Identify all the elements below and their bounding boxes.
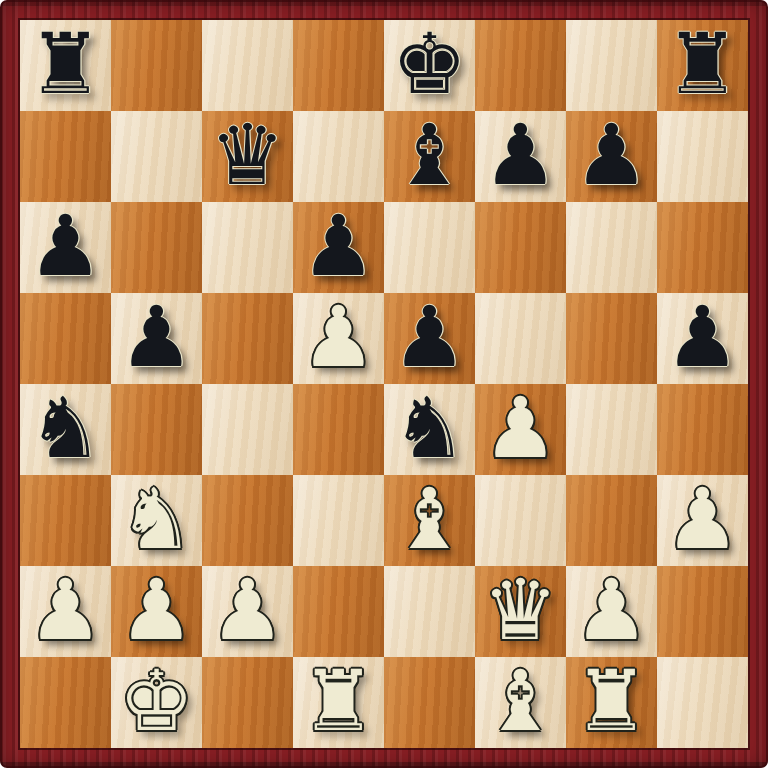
square-f1[interactable]: ♝ [475, 657, 566, 748]
black-pawn[interactable]: ♟ [665, 295, 740, 379]
white-pawn[interactable]: ♟ [301, 295, 376, 379]
square-b7[interactable] [111, 111, 202, 202]
black-rook[interactable]: ♜ [28, 22, 103, 106]
square-h4[interactable] [657, 384, 748, 475]
black-pawn[interactable]: ♟ [28, 204, 103, 288]
white-king[interactable]: ♚ [119, 659, 194, 743]
square-h2[interactable] [657, 566, 748, 657]
square-g5[interactable] [566, 293, 657, 384]
square-g2[interactable]: ♟ [566, 566, 657, 657]
square-h5[interactable]: ♟ [657, 293, 748, 384]
white-queen[interactable]: ♛ [483, 568, 558, 652]
square-a4[interactable]: ♞ [20, 384, 111, 475]
square-e3[interactable]: ♝ [384, 475, 475, 566]
square-h6[interactable] [657, 202, 748, 293]
square-e5[interactable]: ♟ [384, 293, 475, 384]
square-a8[interactable]: ♜ [20, 20, 111, 111]
square-b2[interactable]: ♟ [111, 566, 202, 657]
square-e6[interactable] [384, 202, 475, 293]
square-g1[interactable]: ♜ [566, 657, 657, 748]
square-e2[interactable] [384, 566, 475, 657]
chessboard: ♜♚♜♛♝♟♟♟♟♟♟♟♟♞♞♟♞♝♟♟♟♟♛♟♚♜♝♜ [20, 20, 748, 748]
square-d6[interactable]: ♟ [293, 202, 384, 293]
black-knight[interactable]: ♞ [392, 386, 467, 470]
white-pawn[interactable]: ♟ [483, 386, 558, 470]
square-h7[interactable] [657, 111, 748, 202]
square-b5[interactable]: ♟ [111, 293, 202, 384]
black-pawn[interactable]: ♟ [483, 113, 558, 197]
white-pawn[interactable]: ♟ [665, 477, 740, 561]
square-g6[interactable] [566, 202, 657, 293]
square-g4[interactable] [566, 384, 657, 475]
square-d2[interactable] [293, 566, 384, 657]
square-a5[interactable] [20, 293, 111, 384]
square-g8[interactable] [566, 20, 657, 111]
board-frame: ♜♚♜♛♝♟♟♟♟♟♟♟♟♞♞♟♞♝♟♟♟♟♛♟♚♜♝♜ [0, 0, 768, 768]
square-d8[interactable] [293, 20, 384, 111]
white-rook[interactable]: ♜ [301, 659, 376, 743]
square-f7[interactable]: ♟ [475, 111, 566, 202]
square-a3[interactable] [20, 475, 111, 566]
square-a6[interactable]: ♟ [20, 202, 111, 293]
square-f3[interactable] [475, 475, 566, 566]
square-a7[interactable] [20, 111, 111, 202]
square-b3[interactable]: ♞ [111, 475, 202, 566]
black-pawn[interactable]: ♟ [392, 295, 467, 379]
square-c8[interactable] [202, 20, 293, 111]
square-a1[interactable] [20, 657, 111, 748]
square-c5[interactable] [202, 293, 293, 384]
square-h1[interactable] [657, 657, 748, 748]
square-g7[interactable]: ♟ [566, 111, 657, 202]
black-pawn[interactable]: ♟ [119, 295, 194, 379]
square-f6[interactable] [475, 202, 566, 293]
white-bishop[interactable]: ♝ [483, 659, 558, 743]
square-d5[interactable]: ♟ [293, 293, 384, 384]
square-f4[interactable]: ♟ [475, 384, 566, 475]
square-h3[interactable]: ♟ [657, 475, 748, 566]
black-queen[interactable]: ♛ [210, 113, 285, 197]
square-d1[interactable]: ♜ [293, 657, 384, 748]
square-b8[interactable] [111, 20, 202, 111]
square-g3[interactable] [566, 475, 657, 566]
square-b6[interactable] [111, 202, 202, 293]
square-e8[interactable]: ♚ [384, 20, 475, 111]
square-c7[interactable]: ♛ [202, 111, 293, 202]
square-e4[interactable]: ♞ [384, 384, 475, 475]
black-bishop[interactable]: ♝ [392, 113, 467, 197]
black-pawn[interactable]: ♟ [301, 204, 376, 288]
square-f8[interactable] [475, 20, 566, 111]
white-knight[interactable]: ♞ [119, 477, 194, 561]
square-d4[interactable] [293, 384, 384, 475]
square-b4[interactable] [111, 384, 202, 475]
square-a2[interactable]: ♟ [20, 566, 111, 657]
square-h8[interactable]: ♜ [657, 20, 748, 111]
square-e1[interactable] [384, 657, 475, 748]
square-d3[interactable] [293, 475, 384, 566]
square-c2[interactable]: ♟ [202, 566, 293, 657]
black-rook[interactable]: ♜ [665, 22, 740, 106]
white-bishop[interactable]: ♝ [392, 477, 467, 561]
square-c3[interactable] [202, 475, 293, 566]
square-e7[interactable]: ♝ [384, 111, 475, 202]
square-c4[interactable] [202, 384, 293, 475]
square-c6[interactable] [202, 202, 293, 293]
white-pawn[interactable]: ♟ [574, 568, 649, 652]
square-f2[interactable]: ♛ [475, 566, 566, 657]
square-b1[interactable]: ♚ [111, 657, 202, 748]
square-f5[interactable] [475, 293, 566, 384]
white-rook[interactable]: ♜ [574, 659, 649, 743]
black-pawn[interactable]: ♟ [574, 113, 649, 197]
black-king[interactable]: ♚ [392, 22, 467, 106]
square-c1[interactable] [202, 657, 293, 748]
white-pawn[interactable]: ♟ [28, 568, 103, 652]
white-pawn[interactable]: ♟ [210, 568, 285, 652]
square-d7[interactable] [293, 111, 384, 202]
black-knight[interactable]: ♞ [28, 386, 103, 470]
white-pawn[interactable]: ♟ [119, 568, 194, 652]
